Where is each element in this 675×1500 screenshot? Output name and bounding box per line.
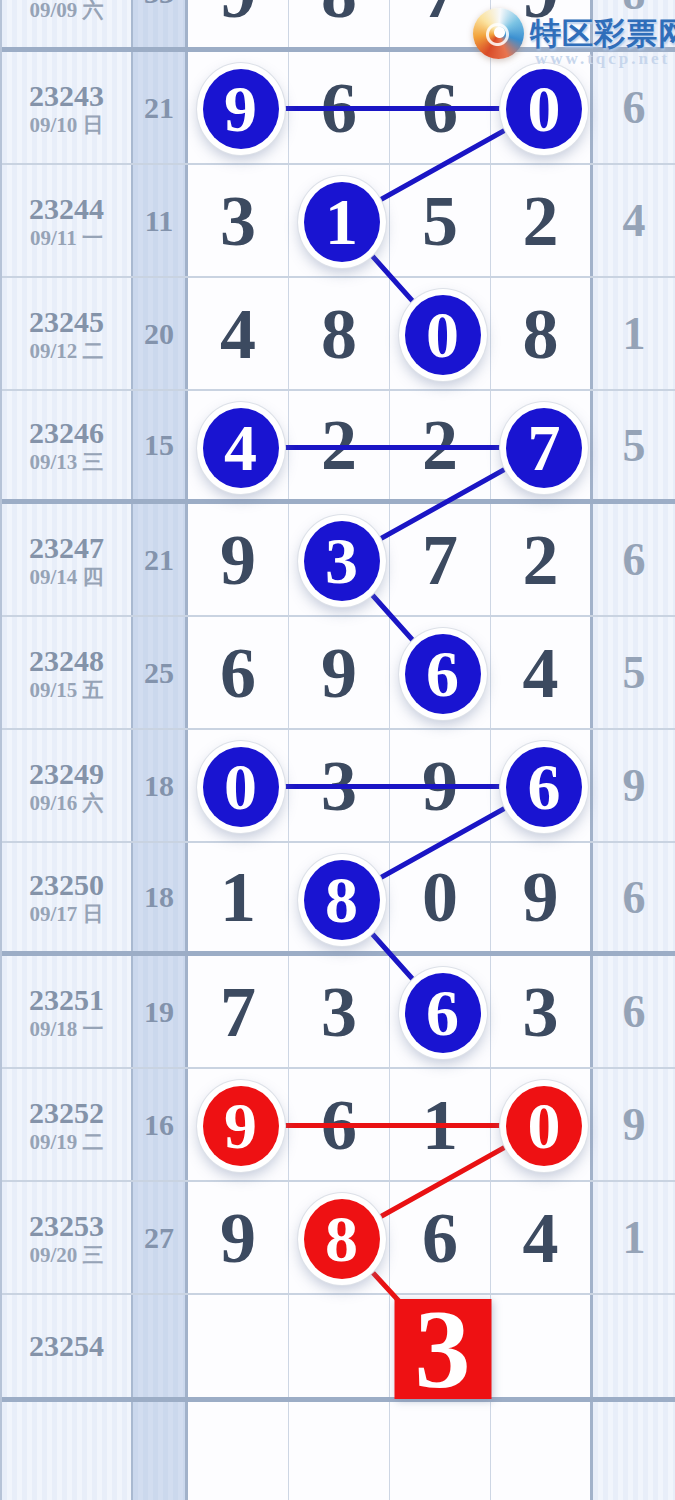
site-logo[interactable]: 特区彩票网 [473,8,675,59]
blue-circled-number: 6 [506,747,582,827]
trend-polyline [241,1126,545,1349]
blue-circled-number: 6 [405,634,481,714]
red-circled-number: 8 [304,1199,380,1279]
site-name: 特区彩票网 [530,13,675,55]
trend-polyline [241,448,545,674]
lottery-trend-chart: 09/09 六33987982324309/10 日216662324409/1… [0,0,675,1500]
red-circled-number: 9 [203,1086,279,1166]
red-circled-number: 0 [506,1086,582,1166]
blue-circled-number: 0 [405,295,481,375]
blue-circled-number: 7 [506,408,582,488]
blue-circled-number: 0 [203,747,279,827]
logo-swirl-icon [473,8,524,59]
blue-circled-number: 3 [304,521,380,601]
blue-circled-number: 6 [405,973,481,1053]
blue-circled-number: 9 [203,69,279,149]
blue-circled-number: 8 [304,860,380,940]
blue-circled-number: 0 [506,69,582,149]
blue-circled-number: 4 [203,408,279,488]
trend-polyline [241,109,545,335]
trend-polyline [241,787,545,1013]
predicted-number-square: 3 [394,1299,491,1399]
blue-circled-number: 1 [304,182,380,262]
